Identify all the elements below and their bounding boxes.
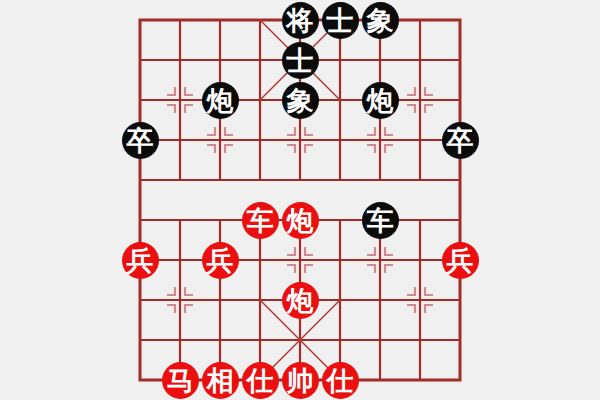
piece-red-elephant[interactable]: 相 [202, 362, 239, 399]
piece-red-advisor[interactable]: 仕 [242, 362, 279, 399]
piece-red-cannon[interactable]: 炮 [282, 202, 319, 239]
piece-black-soldier[interactable]: 卒 [442, 122, 479, 159]
piece-black-advisor[interactable]: 士 [282, 42, 319, 79]
piece-red-horse[interactable]: 马 [162, 362, 199, 399]
piece-red-advisor[interactable]: 仕 [322, 362, 359, 399]
piece-black-chariot[interactable]: 车 [362, 202, 399, 239]
piece-red-soldier[interactable]: 兵 [202, 242, 239, 279]
xiangqi-board: 将士象士炮象炮卒卒车炮车兵兵兵炮马相仕帅仕 [0, 0, 600, 400]
piece-black-general[interactable]: 将 [282, 2, 319, 39]
piece-red-soldier[interactable]: 兵 [442, 242, 479, 279]
piece-black-elephant[interactable]: 象 [362, 2, 399, 39]
pieces-layer: 将士象士炮象炮卒卒车炮车兵兵兵炮马相仕帅仕 [0, 0, 600, 400]
piece-red-chariot[interactable]: 车 [242, 202, 279, 239]
piece-black-advisor[interactable]: 士 [322, 2, 359, 39]
piece-red-general[interactable]: 帅 [282, 362, 319, 399]
piece-red-cannon[interactable]: 炮 [282, 282, 319, 319]
piece-black-cannon[interactable]: 炮 [202, 82, 239, 119]
piece-black-elephant[interactable]: 象 [282, 82, 319, 119]
piece-black-cannon[interactable]: 炮 [362, 82, 399, 119]
piece-red-soldier[interactable]: 兵 [122, 242, 159, 279]
piece-black-soldier[interactable]: 卒 [122, 122, 159, 159]
